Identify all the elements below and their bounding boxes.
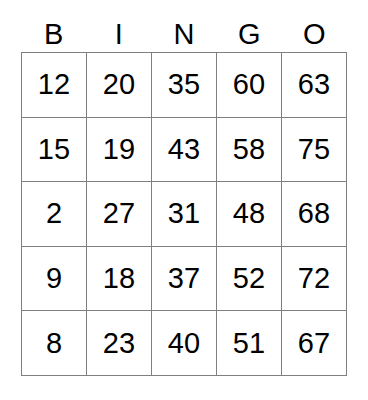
bingo-cell-r4c1[interactable]: 9 xyxy=(22,247,86,311)
header-letter-o: O xyxy=(282,0,347,52)
header-letter-i: I xyxy=(86,0,151,52)
bingo-cell-r4c5[interactable]: 72 xyxy=(282,247,346,311)
header-letter-n: N xyxy=(151,0,216,52)
bingo-cell-r5c5[interactable]: 67 xyxy=(282,311,346,375)
bingo-cell-r5c3[interactable]: 40 xyxy=(152,311,216,375)
bingo-cell-r3c1[interactable]: 2 xyxy=(22,182,86,246)
bingo-cell-r5c1[interactable]: 8 xyxy=(22,311,86,375)
bingo-cell-r1c2[interactable]: 20 xyxy=(87,53,151,117)
bingo-cell-r2c1[interactable]: 15 xyxy=(22,118,86,182)
bingo-cell-r5c4[interactable]: 51 xyxy=(217,311,281,375)
bingo-cell-r2c5[interactable]: 75 xyxy=(282,118,346,182)
bingo-cell-r4c3[interactable]: 37 xyxy=(152,247,216,311)
bingo-cell-r1c3[interactable]: 35 xyxy=(152,53,216,117)
bingo-header: B I N G O xyxy=(21,0,347,52)
header-letter-g: G xyxy=(217,0,282,52)
header-letter-b: B xyxy=(21,0,86,52)
bingo-cell-r2c3[interactable]: 43 xyxy=(152,118,216,182)
bingo-cell-r3c2[interactable]: 27 xyxy=(87,182,151,246)
bingo-cell-r3c4[interactable]: 48 xyxy=(217,182,281,246)
bingo-cell-r5c2[interactable]: 23 xyxy=(87,311,151,375)
bingo-cell-r4c4[interactable]: 52 xyxy=(217,247,281,311)
bingo-cell-r1c4[interactable]: 60 xyxy=(217,53,281,117)
bingo-cell-r3c5[interactable]: 68 xyxy=(282,182,346,246)
bingo-cell-r1c5[interactable]: 63 xyxy=(282,53,346,117)
bingo-cell-r2c4[interactable]: 58 xyxy=(217,118,281,182)
bingo-cell-r4c2[interactable]: 18 xyxy=(87,247,151,311)
bingo-cell-r3c3[interactable]: 31 xyxy=(152,182,216,246)
bingo-card: B I N G O 12 20 35 60 63 15 19 43 58 75 … xyxy=(21,0,347,376)
bingo-grid: 12 20 35 60 63 15 19 43 58 75 2 27 31 48… xyxy=(21,52,347,376)
bingo-cell-r1c1[interactable]: 12 xyxy=(22,53,86,117)
bingo-cell-r2c2[interactable]: 19 xyxy=(87,118,151,182)
